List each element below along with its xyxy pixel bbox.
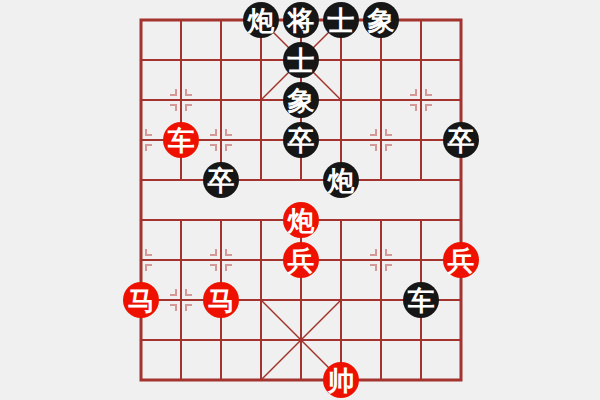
- piece-red-cannon[interactable]: 炮: [283, 202, 319, 238]
- piece-black-advisor[interactable]: 士: [283, 42, 319, 78]
- piece-black-chariot[interactable]: 车: [403, 282, 439, 318]
- piece-red-soldier[interactable]: 兵: [283, 242, 319, 278]
- piece-black-soldier[interactable]: 卒: [283, 122, 319, 158]
- piece-red-horse[interactable]: 马: [203, 282, 239, 318]
- piece-red-soldier[interactable]: 兵: [443, 242, 479, 278]
- piece-black-cannon[interactable]: 炮: [243, 2, 279, 38]
- piece-black-elephant[interactable]: 象: [283, 82, 319, 118]
- piece-black-cannon[interactable]: 炮: [323, 162, 359, 198]
- piece-black-general[interactable]: 将: [283, 2, 319, 38]
- piece-red-chariot[interactable]: 车: [163, 122, 199, 158]
- piece-black-elephant[interactable]: 象: [363, 2, 399, 38]
- piece-black-soldier[interactable]: 卒: [203, 162, 239, 198]
- piece-black-advisor[interactable]: 士: [323, 2, 359, 38]
- piece-red-horse[interactable]: 马: [123, 282, 159, 318]
- piece-black-soldier[interactable]: 卒: [443, 122, 479, 158]
- piece-red-general[interactable]: 帅: [323, 362, 359, 398]
- xiangqi-board: 炮将士象士象车卒卒卒炮炮兵兵马马车帅: [141, 20, 461, 380]
- xiangqi-app: 炮将士象士象车卒卒卒炮炮兵兵马马车帅: [0, 0, 600, 400]
